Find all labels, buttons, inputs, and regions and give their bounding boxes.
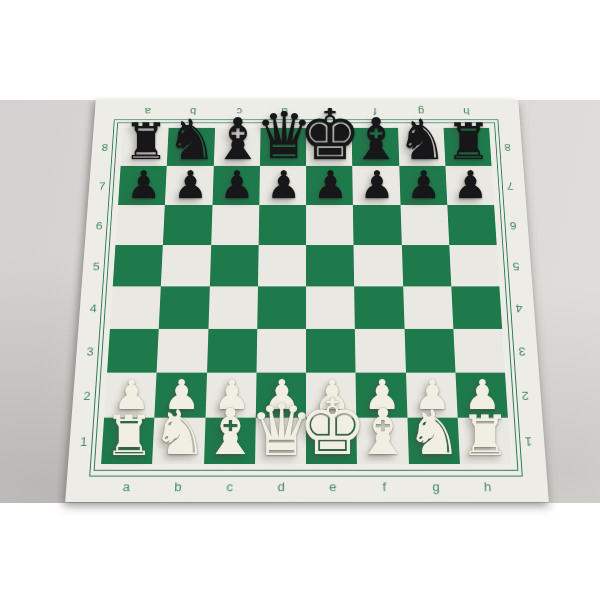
square-d4[interactable] — [257, 286, 306, 328]
file-label-bottom-f: f — [358, 477, 410, 496]
square-e3[interactable] — [306, 329, 356, 373]
black-pawn-b7[interactable]: ♟ — [173, 166, 207, 204]
file-label-bottom-c: c — [203, 477, 255, 496]
square-a5[interactable] — [113, 245, 163, 286]
square-e4[interactable] — [306, 286, 355, 328]
square-b3[interactable] — [157, 329, 208, 373]
white-knight-b1[interactable]: ♞ — [152, 403, 207, 465]
square-f4[interactable] — [354, 286, 404, 328]
square-g3[interactable] — [404, 329, 455, 373]
black-bishop-f8[interactable]: ♝ — [350, 111, 402, 169]
square-c3[interactable] — [207, 329, 257, 373]
rank-label-right-3: 3 — [513, 330, 532, 374]
square-d5[interactable] — [258, 245, 306, 286]
square-b5[interactable] — [161, 245, 211, 286]
file-label-bottom-b: b — [152, 477, 204, 496]
rank-label-right-2: 2 — [516, 374, 535, 419]
square-f3[interactable] — [355, 329, 405, 373]
black-pawn-h7[interactable]: ♟ — [453, 166, 487, 204]
square-b4[interactable] — [159, 286, 209, 328]
square-h3[interactable] — [453, 329, 505, 373]
square-e6[interactable] — [306, 205, 354, 245]
white-rook-a1[interactable]: ♜ — [104, 408, 154, 464]
square-h6[interactable] — [447, 205, 497, 245]
square-a3[interactable] — [107, 329, 159, 373]
file-label-bottom-d: d — [255, 477, 307, 496]
square-f6[interactable] — [353, 205, 401, 245]
file-labels-bottom: abcdefgh — [100, 477, 514, 496]
square-d3[interactable] — [256, 329, 306, 373]
square-c5[interactable] — [209, 245, 258, 286]
square-a6[interactable] — [115, 205, 165, 245]
rank-label-right-7: 7 — [502, 167, 519, 206]
black-pawn-d7[interactable]: ♟ — [267, 166, 301, 204]
black-knight-b8[interactable]: ♞ — [167, 112, 217, 168]
black-rook-a8[interactable]: ♜ — [123, 117, 168, 167]
file-label-bottom-e: e — [307, 477, 359, 496]
square-g6[interactable] — [400, 205, 449, 245]
square-g5[interactable] — [401, 245, 451, 286]
square-c4[interactable] — [208, 286, 258, 328]
rank-label-right-8: 8 — [499, 129, 516, 167]
rank-label-right-4: 4 — [510, 287, 528, 330]
rank-label-right-5: 5 — [507, 246, 525, 287]
black-pawn-a7[interactable]: ♟ — [126, 166, 160, 204]
black-pawn-g7[interactable]: ♟ — [407, 166, 441, 204]
white-knight-g1[interactable]: ♞ — [407, 403, 462, 465]
white-bishop-f1[interactable]: ♝ — [355, 401, 412, 465]
white-rook-h1[interactable]: ♜ — [460, 408, 510, 464]
black-pawn-e7[interactable]: ♟ — [313, 166, 347, 204]
square-c6[interactable] — [211, 205, 259, 245]
black-pawn-c7[interactable]: ♟ — [220, 166, 254, 204]
chess-set-photo: abcdefgh 87654321 87654321 abcdefgh ♜♞♝♛… — [0, 0, 600, 600]
file-label-bottom-h: h — [461, 477, 514, 496]
square-g4[interactable] — [403, 286, 453, 328]
square-b6[interactable] — [163, 205, 212, 245]
rank-label-right-1: 1 — [519, 419, 538, 465]
square-h4[interactable] — [451, 286, 502, 328]
black-pawn-f7[interactable]: ♟ — [360, 166, 394, 204]
square-e5[interactable] — [306, 245, 354, 286]
rank-label-right-6: 6 — [504, 206, 522, 246]
square-f5[interactable] — [354, 245, 403, 286]
square-h5[interactable] — [449, 245, 499, 286]
square-a4[interactable] — [110, 286, 161, 328]
file-label-bottom-g: g — [410, 477, 462, 496]
file-label-bottom-a: a — [100, 477, 153, 496]
black-knight-g8[interactable]: ♞ — [397, 112, 447, 168]
square-d6[interactable] — [258, 205, 306, 245]
black-rook-h8[interactable]: ♜ — [446, 117, 491, 167]
